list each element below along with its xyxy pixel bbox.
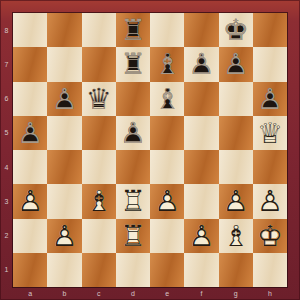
square-f7[interactable]: ♟♙: [184, 47, 218, 81]
square-h4[interactable]: [253, 150, 287, 184]
square-h2[interactable]: ♚♔: [253, 219, 287, 253]
square-g3[interactable]: ♟♙: [219, 184, 253, 218]
square-h7[interactable]: [253, 47, 287, 81]
piece-white-pawn-a3-icon: ♟♙: [13, 184, 47, 218]
square-e1[interactable]: [150, 253, 184, 287]
square-d5[interactable]: ♟♙: [116, 116, 150, 150]
square-f4[interactable]: [184, 150, 218, 184]
file-label-f: f: [184, 287, 218, 300]
square-f6[interactable]: [184, 82, 218, 116]
square-a5[interactable]: ♟♙: [13, 116, 47, 150]
piece-white-pawn-g3-icon: ♟♙: [219, 184, 253, 218]
chessboard-frame: 87654321 ♜♖♚♔♜♖♝♗♟♙♟♙♟♙♛♕♝♗♟♙♟♙♟♙♛♕♟♙♝♗♜…: [0, 0, 300, 300]
square-e2[interactable]: [150, 219, 184, 253]
square-e8[interactable]: [150, 13, 184, 47]
square-d7[interactable]: ♜♖: [116, 47, 150, 81]
square-e7[interactable]: ♝♗: [150, 47, 184, 81]
piece-black-rook-d8-icon: ♜♖: [116, 13, 150, 47]
square-h3[interactable]: ♟♙: [253, 184, 287, 218]
square-g7[interactable]: ♟♙: [219, 47, 253, 81]
square-b2[interactable]: ♟♙: [47, 219, 81, 253]
piece-white-rook-d3-icon: ♜♖: [116, 184, 150, 218]
piece-glyph-outline: ♗: [150, 47, 184, 81]
square-c8[interactable]: [82, 13, 116, 47]
piece-black-pawn-b6-icon: ♟♙: [47, 82, 81, 116]
piece-glyph-outline: ♙: [253, 184, 287, 218]
square-e6[interactable]: ♝♗: [150, 82, 184, 116]
square-a2[interactable]: [13, 219, 47, 253]
rank-labels: 87654321: [0, 13, 13, 287]
square-d2[interactable]: ♜♖: [116, 219, 150, 253]
piece-glyph-outline: ♙: [184, 219, 218, 253]
file-label-h: h: [253, 287, 287, 300]
square-g1[interactable]: [219, 253, 253, 287]
rank-label-1: 1: [0, 253, 13, 287]
file-labels: abcdefgh: [13, 287, 287, 300]
piece-glyph-outline: ♔: [219, 13, 253, 47]
piece-white-king-h2-icon: ♚♔: [253, 219, 287, 253]
piece-glyph-outline: ♖: [116, 47, 150, 81]
square-b1[interactable]: [47, 253, 81, 287]
square-g2[interactable]: ♝♗: [219, 219, 253, 253]
piece-glyph-outline: ♖: [116, 13, 150, 47]
square-d6[interactable]: [116, 82, 150, 116]
piece-glyph-outline: ♙: [116, 116, 150, 150]
piece-glyph-outline: ♗: [150, 82, 184, 116]
square-b4[interactable]: [47, 150, 81, 184]
square-b6[interactable]: ♟♙: [47, 82, 81, 116]
square-e5[interactable]: [150, 116, 184, 150]
piece-black-bishop-e7-icon: ♝♗: [150, 47, 184, 81]
piece-glyph-outline: ♔: [253, 219, 287, 253]
square-e3[interactable]: ♟♙: [150, 184, 184, 218]
piece-glyph-outline: ♙: [47, 219, 81, 253]
square-f1[interactable]: [184, 253, 218, 287]
piece-glyph-outline: ♙: [184, 47, 218, 81]
square-c7[interactable]: [82, 47, 116, 81]
square-b7[interactable]: [47, 47, 81, 81]
square-g5[interactable]: [219, 116, 253, 150]
piece-black-bishop-e6-icon: ♝♗: [150, 82, 184, 116]
piece-white-queen-h5-icon: ♛♕: [253, 116, 287, 150]
piece-glyph-outline: ♕: [253, 116, 287, 150]
piece-white-rook-d2-icon: ♜♖: [116, 219, 150, 253]
piece-black-pawn-d5-icon: ♟♙: [116, 116, 150, 150]
file-label-g: g: [219, 287, 253, 300]
rank-label-4: 4: [0, 150, 13, 184]
square-f8[interactable]: [184, 13, 218, 47]
square-d8[interactable]: ♜♖: [116, 13, 150, 47]
square-b5[interactable]: [47, 116, 81, 150]
rank-label-7: 7: [0, 47, 13, 81]
piece-white-bishop-c3-icon: ♝♗: [82, 184, 116, 218]
square-f2[interactable]: ♟♙: [184, 219, 218, 253]
square-d4[interactable]: [116, 150, 150, 184]
square-c3[interactable]: ♝♗: [82, 184, 116, 218]
square-g6[interactable]: [219, 82, 253, 116]
piece-glyph-outline: ♙: [47, 82, 81, 116]
rank-label-8: 8: [0, 13, 13, 47]
square-h8[interactable]: [253, 13, 287, 47]
square-c6[interactable]: ♛♕: [82, 82, 116, 116]
square-c2[interactable]: [82, 219, 116, 253]
piece-black-pawn-f7-icon: ♟♙: [184, 47, 218, 81]
square-a8[interactable]: [13, 13, 47, 47]
file-label-d: d: [116, 287, 150, 300]
square-f3[interactable]: [184, 184, 218, 218]
rank-label-5: 5: [0, 116, 13, 150]
piece-glyph-outline: ♙: [13, 184, 47, 218]
square-a3[interactable]: ♟♙: [13, 184, 47, 218]
square-h1[interactable]: [253, 253, 287, 287]
piece-glyph-outline: ♗: [82, 184, 116, 218]
board: ♜♖♚♔♜♖♝♗♟♙♟♙♟♙♛♕♝♗♟♙♟♙♟♙♛♕♟♙♝♗♜♖♟♙♟♙♟♙♟♙…: [13, 13, 287, 287]
piece-black-pawn-g7-icon: ♟♙: [219, 47, 253, 81]
piece-glyph-outline: ♙: [253, 82, 287, 116]
rank-label-6: 6: [0, 82, 13, 116]
square-f5[interactable]: [184, 116, 218, 150]
piece-glyph-outline: ♙: [13, 116, 47, 150]
rank-label-3: 3: [0, 184, 13, 218]
square-g8[interactable]: ♚♔: [219, 13, 253, 47]
square-h6[interactable]: ♟♙: [253, 82, 287, 116]
square-c4[interactable]: [82, 150, 116, 184]
square-d1[interactable]: [116, 253, 150, 287]
piece-glyph-outline: ♕: [82, 82, 116, 116]
file-label-b: b: [47, 287, 81, 300]
square-h5[interactable]: ♛♕: [253, 116, 287, 150]
piece-white-pawn-e3-icon: ♟♙: [150, 184, 184, 218]
piece-glyph-outline: ♖: [116, 184, 150, 218]
file-label-e: e: [150, 287, 184, 300]
square-b8[interactable]: [47, 13, 81, 47]
square-e4[interactable]: [150, 150, 184, 184]
piece-black-queen-c6-icon: ♛♕: [82, 82, 116, 116]
piece-black-rook-d7-icon: ♜♖: [116, 47, 150, 81]
piece-glyph-outline: ♙: [219, 47, 253, 81]
square-g4[interactable]: [219, 150, 253, 184]
rank-label-2: 2: [0, 219, 13, 253]
piece-glyph-outline: ♖: [116, 219, 150, 253]
piece-black-king-g8-icon: ♚♔: [219, 13, 253, 47]
piece-white-pawn-h3-icon: ♟♙: [253, 184, 287, 218]
piece-white-pawn-f2-icon: ♟♙: [184, 219, 218, 253]
piece-glyph-outline: ♙: [150, 184, 184, 218]
square-a6[interactable]: [13, 82, 47, 116]
square-c5[interactable]: [82, 116, 116, 150]
piece-white-bishop-g2-icon: ♝♗: [219, 219, 253, 253]
square-b3[interactable]: [47, 184, 81, 218]
file-label-a: a: [13, 287, 47, 300]
piece-glyph-outline: ♗: [219, 219, 253, 253]
square-a1[interactable]: [13, 253, 47, 287]
square-d3[interactable]: ♜♖: [116, 184, 150, 218]
piece-black-pawn-h6-icon: ♟♙: [253, 82, 287, 116]
piece-white-pawn-b2-icon: ♟♙: [47, 219, 81, 253]
file-label-c: c: [82, 287, 116, 300]
square-a4[interactable]: [13, 150, 47, 184]
square-a7[interactable]: [13, 47, 47, 81]
piece-glyph-outline: ♙: [219, 184, 253, 218]
square-c1[interactable]: [82, 253, 116, 287]
piece-black-pawn-a5-icon: ♟♙: [13, 116, 47, 150]
